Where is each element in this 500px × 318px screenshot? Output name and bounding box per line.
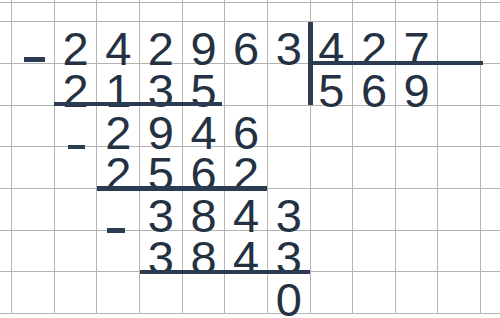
digit-cell: 3 <box>267 189 310 231</box>
digit-cell: 3 <box>140 230 183 272</box>
digit-cell: 2 <box>54 22 97 64</box>
digit-cell: 6 <box>182 147 225 189</box>
digit-cell: 9 <box>182 22 225 64</box>
digit-cell: 4 <box>225 230 268 272</box>
minus-sign <box>107 228 125 233</box>
digit-cell: 2 <box>225 147 268 189</box>
digit-cell: 5 <box>140 147 183 189</box>
digit: 5 <box>318 67 344 114</box>
digit-cell: 2 <box>140 22 183 64</box>
digit-cell: 2 <box>97 105 140 147</box>
digit-cell: 3 <box>140 63 183 105</box>
digit-cell: 2 <box>54 63 97 105</box>
digit-cell: 2 <box>353 22 396 64</box>
digit-cell: 1 <box>97 63 140 105</box>
subtraction-underline <box>140 270 311 275</box>
subtraction-underline <box>97 186 268 190</box>
digit-cell: 8 <box>182 189 225 231</box>
minus-sign <box>68 145 85 150</box>
digit-cell: 5 <box>310 63 353 105</box>
digit-cell: 6 <box>225 105 268 147</box>
digit-cell: 0 <box>267 272 310 314</box>
minus-sign <box>24 57 46 62</box>
digit: 2 <box>63 67 89 114</box>
digit: 9 <box>404 67 430 114</box>
digit: 0 <box>276 276 302 318</box>
division-worksheet: 242963427213556929462562384338430 <box>0 0 500 318</box>
digit-cell: 8 <box>182 230 225 272</box>
digit-cell: 3 <box>267 230 310 272</box>
digit: 6 <box>361 67 387 114</box>
digit-cell: 7 <box>395 22 438 64</box>
divisor-underline <box>308 61 483 65</box>
digit-cell: 6 <box>225 22 268 64</box>
digit-cell: 4 <box>97 22 140 64</box>
digit: 3 <box>276 25 302 72</box>
digit-cell: 6 <box>353 63 396 105</box>
digit-cell: 4 <box>310 22 353 64</box>
digit-cell: 9 <box>395 63 438 105</box>
digit: 6 <box>233 25 259 72</box>
digit-cell: 4 <box>225 189 268 231</box>
digit-cell: 3 <box>267 22 310 64</box>
subtraction-underline <box>54 102 223 106</box>
digit-cell: 9 <box>140 105 183 147</box>
digit-cell: 5 <box>182 63 225 105</box>
digit-cell: 4 <box>182 105 225 147</box>
digit-cell: 3 <box>140 189 183 231</box>
digit-cell: 2 <box>97 147 140 189</box>
